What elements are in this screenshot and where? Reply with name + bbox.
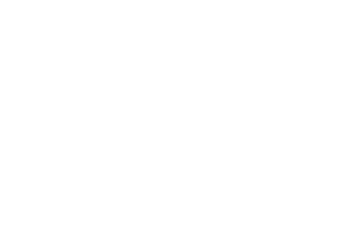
blocks-tray-illustration	[0, 0, 350, 250]
wooden-blocks-product-photo	[0, 0, 350, 250]
